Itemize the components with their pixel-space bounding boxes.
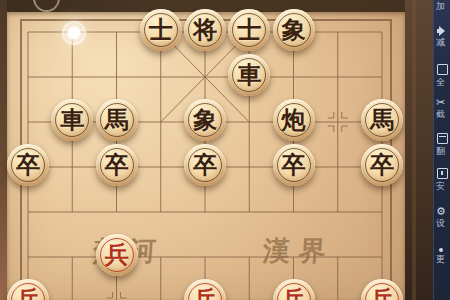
piece-red-兵[interactable]: 兵: [184, 279, 226, 300]
piece-black-卒[interactable]: 卒: [273, 144, 315, 186]
toolbar-item-label: 更: [436, 254, 450, 264]
install-icon: [437, 168, 448, 179]
board-frame-right: [405, 0, 434, 300]
piece-glyph: 馬: [96, 99, 138, 141]
piece-black-卒[interactable]: 卒: [96, 144, 138, 186]
piece-black-車[interactable]: 車: [228, 54, 270, 96]
piece-glyph: 馬: [361, 99, 403, 141]
piece-black-馬[interactable]: 馬: [361, 99, 403, 141]
piece-glyph: 士: [228, 9, 270, 51]
piece-glyph: 卒: [361, 144, 403, 186]
fullscreen-icon: [437, 64, 448, 75]
toolbar-item-label: 翻: [436, 146, 450, 156]
piece-glyph: 兵: [184, 279, 226, 300]
piece-black-車[interactable]: 車: [51, 99, 93, 141]
piece-glyph: 卒: [184, 144, 226, 186]
toolbar-item-截[interactable]: ✂截: [436, 96, 450, 119]
toolbar-item-label: 安: [436, 181, 450, 191]
piece-black-象[interactable]: 象: [184, 99, 226, 141]
window-icon: [437, 133, 448, 144]
move-highlight-dot: [68, 27, 80, 39]
piece-glyph: 兵: [96, 234, 138, 276]
piece-black-士[interactable]: 士: [140, 9, 182, 51]
toolbar-item-label: 截: [436, 109, 450, 119]
toolbar-item-label: 设: [436, 218, 450, 228]
toolbar-item-设[interactable]: ⚙设: [436, 205, 450, 228]
piece-glyph: 士: [140, 9, 182, 51]
piece-glyph: 卒: [273, 144, 315, 186]
piece-black-卒[interactable]: 卒: [7, 144, 49, 186]
piece-black-将[interactable]: 将: [184, 9, 226, 51]
speaker-icon: [437, 26, 447, 36]
piece-black-象[interactable]: 象: [273, 9, 315, 51]
piece-glyph: 将: [184, 9, 226, 51]
toolbar-item-label: 加: [436, 1, 450, 11]
piece-black-卒[interactable]: 卒: [361, 144, 403, 186]
toolbar-item-更[interactable]: 更: [436, 245, 450, 264]
piece-black-炮[interactable]: 炮: [273, 99, 315, 141]
piece-red-兵[interactable]: 兵: [361, 279, 403, 300]
piece-glyph: 象: [184, 99, 226, 141]
piece-red-兵[interactable]: 兵: [96, 234, 138, 276]
piece-black-馬[interactable]: 馬: [96, 99, 138, 141]
toolbar-item-label: 减: [436, 37, 450, 47]
emulator-toolbar[interactable]: 加减全✂截翻安⚙设更: [433, 0, 450, 300]
piece-black-卒[interactable]: 卒: [184, 144, 226, 186]
piece-glyph: 兵: [361, 279, 403, 300]
piece-glyph: 象: [273, 9, 315, 51]
piece-glyph: 車: [228, 54, 270, 96]
toolbar-item-加[interactable]: 加: [436, 1, 450, 11]
piece-glyph: 卒: [7, 144, 49, 186]
piece-red-兵[interactable]: 兵: [7, 279, 49, 300]
piece-glyph: 兵: [273, 279, 315, 300]
piece-glyph: 兵: [7, 279, 49, 300]
piece-glyph: 炮: [273, 99, 315, 141]
toolbar-item-label: 全: [436, 77, 450, 87]
emulator-window: 楚河 漢界 士将士象車車馬象炮馬卒卒卒卒卒兵兵兵兵兵 加减全✂截翻安⚙设更: [0, 0, 450, 300]
piece-black-士[interactable]: 士: [228, 9, 270, 51]
toolbar-item-翻[interactable]: 翻: [436, 131, 450, 156]
toolbar-item-安[interactable]: 安: [436, 166, 450, 191]
toolbar-item-减[interactable]: 减: [436, 24, 450, 47]
toolbar-item-全[interactable]: 全: [436, 62, 450, 87]
piece-red-兵[interactable]: 兵: [273, 279, 315, 300]
piece-glyph: 卒: [96, 144, 138, 186]
scissors-icon: ✂: [436, 96, 450, 109]
piece-glyph: 車: [51, 99, 93, 141]
more-dot-icon: [439, 248, 443, 252]
gear-icon: ⚙: [436, 205, 450, 218]
